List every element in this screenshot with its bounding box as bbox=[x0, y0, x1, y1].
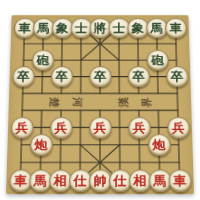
piece-character: 士 bbox=[75, 21, 87, 32]
piece-black-cannon[interactable]: 砲 bbox=[31, 50, 53, 71]
piece-red-cannon[interactable]: 炮 bbox=[148, 134, 171, 156]
board-grid bbox=[6, 15, 194, 194]
piece-character: 兵 bbox=[133, 121, 146, 133]
piece-character: 象 bbox=[56, 21, 68, 32]
piece-character: 兵 bbox=[15, 121, 28, 133]
piece-red-soldier[interactable]: 兵 bbox=[49, 117, 72, 139]
piece-black-soldier[interactable]: 卒 bbox=[50, 66, 72, 87]
piece-character: 兵 bbox=[54, 121, 67, 133]
piece-character: 卒 bbox=[17, 70, 30, 82]
piece-character: 車 bbox=[18, 21, 31, 32]
piece-character: 將 bbox=[94, 21, 106, 32]
piece-character: 車 bbox=[169, 21, 182, 32]
piece-character: 卒 bbox=[132, 70, 145, 82]
piece-character: 兵 bbox=[94, 121, 107, 133]
piece-character: 相 bbox=[54, 173, 67, 186]
xiangqi-board: 楚 河 漢 界 車馬象士將士象馬車砲砲卒卒卒卒卒兵兵兵兵兵炮炮車馬相仕帥仕相馬車 bbox=[6, 15, 194, 194]
piece-character: 士 bbox=[113, 21, 125, 32]
piece-character: 車 bbox=[14, 173, 27, 186]
piece-character: 帥 bbox=[94, 173, 107, 186]
piece-character: 馬 bbox=[150, 21, 163, 32]
piece-character: 卒 bbox=[55, 70, 68, 82]
piece-character: 車 bbox=[173, 173, 186, 186]
piece-character: 炮 bbox=[34, 138, 47, 150]
board-perspective-wrapper: 楚 河 漢 界 車馬象士將士象馬車砲砲卒卒卒卒卒兵兵兵兵兵炮炮車馬相仕帥仕相馬車 bbox=[6, 15, 194, 194]
piece-red-soldier[interactable]: 兵 bbox=[167, 117, 190, 139]
piece-character: 相 bbox=[133, 173, 146, 186]
piece-character: 仕 bbox=[113, 173, 126, 186]
piece-black-soldier[interactable]: 卒 bbox=[166, 66, 189, 87]
piece-character: 卒 bbox=[94, 70, 107, 82]
piece-character: 馬 bbox=[153, 173, 166, 186]
piece-red-soldier[interactable]: 兵 bbox=[89, 117, 112, 139]
piece-character: 象 bbox=[132, 21, 144, 32]
piece-character: 砲 bbox=[36, 54, 49, 66]
piece-red-chariot[interactable]: 車 bbox=[168, 169, 191, 192]
piece-character: 馬 bbox=[37, 21, 50, 32]
piece-character: 卒 bbox=[170, 70, 183, 82]
piece-red-soldier[interactable]: 兵 bbox=[10, 117, 33, 139]
piece-character: 砲 bbox=[151, 54, 164, 66]
piece-character: 炮 bbox=[153, 138, 166, 150]
piece-black-soldier[interactable]: 卒 bbox=[12, 66, 35, 87]
piece-character: 兵 bbox=[172, 121, 185, 133]
piece-black-cannon[interactable]: 砲 bbox=[146, 50, 168, 71]
piece-red-cannon[interactable]: 炮 bbox=[29, 134, 52, 156]
piece-black-chariot[interactable]: 車 bbox=[164, 17, 186, 37]
piece-black-soldier[interactable]: 卒 bbox=[89, 66, 111, 87]
piece-character: 仕 bbox=[74, 173, 87, 186]
piece-red-soldier[interactable]: 兵 bbox=[128, 117, 151, 139]
piece-black-soldier[interactable]: 卒 bbox=[127, 66, 149, 87]
piece-character: 馬 bbox=[34, 173, 47, 186]
